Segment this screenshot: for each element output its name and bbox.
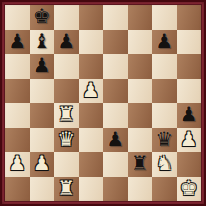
square-d2[interactable] xyxy=(79,152,104,177)
square-b8[interactable]: ♚ xyxy=(30,5,55,30)
square-g7[interactable]: ♟ xyxy=(152,30,177,55)
black-queen-g3[interactable]: ♛ xyxy=(155,129,173,149)
square-f6[interactable] xyxy=(128,54,153,79)
square-h2[interactable] xyxy=(177,152,202,177)
square-c6[interactable] xyxy=(54,54,79,79)
square-h8[interactable] xyxy=(177,5,202,30)
square-d3[interactable] xyxy=(79,128,104,153)
square-g8[interactable] xyxy=(152,5,177,30)
black-pawn-e3[interactable]: ♟ xyxy=(106,129,124,149)
square-e4[interactable] xyxy=(103,103,128,128)
white-pawn-d5[interactable]: ♟ xyxy=(82,80,100,100)
black-king-b8[interactable]: ♚ xyxy=(33,6,51,26)
square-f3[interactable] xyxy=(128,128,153,153)
square-c3[interactable]: ♛ xyxy=(54,128,79,153)
square-e6[interactable] xyxy=(103,54,128,79)
black-pawn-c7[interactable]: ♟ xyxy=(57,31,75,51)
white-pawn-a2[interactable]: ♟ xyxy=(8,153,26,173)
square-b7[interactable]: ♝ xyxy=(30,30,55,55)
square-g4[interactable] xyxy=(152,103,177,128)
white-rook-c4[interactable]: ♜ xyxy=(57,104,75,124)
square-c5[interactable] xyxy=(54,79,79,104)
square-b4[interactable] xyxy=(30,103,55,128)
square-g1[interactable] xyxy=(152,177,177,202)
white-pawn-h3[interactable]: ♟ xyxy=(180,129,198,149)
square-c4[interactable]: ♜ xyxy=(54,103,79,128)
square-g3[interactable]: ♛ xyxy=(152,128,177,153)
square-d4[interactable] xyxy=(79,103,104,128)
square-c2[interactable] xyxy=(54,152,79,177)
square-b2[interactable]: ♟ xyxy=(30,152,55,177)
black-pawn-b6[interactable]: ♟ xyxy=(33,55,51,75)
white-knight-g2[interactable]: ♞ xyxy=(155,153,173,173)
white-queen-c3[interactable]: ♛ xyxy=(57,129,75,149)
board-frame: ♚♟♝♟♟♟♟♜♟♛♟♛♟♟♟♜♞♜♚ xyxy=(0,0,206,206)
square-a2[interactable]: ♟ xyxy=(5,152,30,177)
white-rook-c1[interactable]: ♜ xyxy=(57,178,75,198)
square-a1[interactable] xyxy=(5,177,30,202)
square-c7[interactable]: ♟ xyxy=(54,30,79,55)
square-a4[interactable] xyxy=(5,103,30,128)
black-pawn-h4[interactable]: ♟ xyxy=(180,104,198,124)
chess-board: ♚♟♝♟♟♟♟♜♟♛♟♛♟♟♟♜♞♜♚ xyxy=(5,5,201,201)
square-e1[interactable] xyxy=(103,177,128,202)
white-pawn-b2[interactable]: ♟ xyxy=(33,153,51,173)
square-h6[interactable] xyxy=(177,54,202,79)
square-c1[interactable]: ♜ xyxy=(54,177,79,202)
square-h5[interactable] xyxy=(177,79,202,104)
black-pawn-g7[interactable]: ♟ xyxy=(155,31,173,51)
square-f4[interactable] xyxy=(128,103,153,128)
square-f7[interactable] xyxy=(128,30,153,55)
square-a6[interactable] xyxy=(5,54,30,79)
square-g2[interactable]: ♞ xyxy=(152,152,177,177)
square-d7[interactable] xyxy=(79,30,104,55)
square-a8[interactable] xyxy=(5,5,30,30)
square-e2[interactable] xyxy=(103,152,128,177)
square-a5[interactable] xyxy=(5,79,30,104)
square-a7[interactable]: ♟ xyxy=(5,30,30,55)
square-g6[interactable] xyxy=(152,54,177,79)
square-h1[interactable]: ♚ xyxy=(177,177,202,202)
square-b5[interactable] xyxy=(30,79,55,104)
square-h7[interactable] xyxy=(177,30,202,55)
square-e7[interactable] xyxy=(103,30,128,55)
square-c8[interactable] xyxy=(54,5,79,30)
square-h4[interactable]: ♟ xyxy=(177,103,202,128)
square-f8[interactable] xyxy=(128,5,153,30)
square-g5[interactable] xyxy=(152,79,177,104)
black-bishop-b7[interactable]: ♝ xyxy=(33,31,51,51)
square-d6[interactable] xyxy=(79,54,104,79)
square-f5[interactable] xyxy=(128,79,153,104)
white-king-h1[interactable]: ♚ xyxy=(180,178,198,198)
square-b1[interactable] xyxy=(30,177,55,202)
square-e5[interactable] xyxy=(103,79,128,104)
black-rook-f2[interactable]: ♜ xyxy=(131,153,149,173)
square-d8[interactable] xyxy=(79,5,104,30)
black-pawn-a7[interactable]: ♟ xyxy=(8,31,26,51)
square-d1[interactable] xyxy=(79,177,104,202)
square-f1[interactable] xyxy=(128,177,153,202)
square-b3[interactable] xyxy=(30,128,55,153)
square-f2[interactable]: ♜ xyxy=(128,152,153,177)
square-e8[interactable] xyxy=(103,5,128,30)
square-a3[interactable] xyxy=(5,128,30,153)
square-d5[interactable]: ♟ xyxy=(79,79,104,104)
square-h3[interactable]: ♟ xyxy=(177,128,202,153)
square-b6[interactable]: ♟ xyxy=(30,54,55,79)
square-e3[interactable]: ♟ xyxy=(103,128,128,153)
